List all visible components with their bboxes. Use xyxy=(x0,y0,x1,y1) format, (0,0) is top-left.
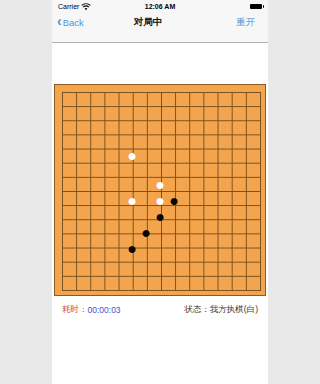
board-cell-k9[interactable] xyxy=(195,164,209,177)
board-cell-c13[interactable] xyxy=(83,110,97,123)
board-cell-h15[interactable] xyxy=(153,85,167,98)
board-cell-a4[interactable] xyxy=(55,241,69,257)
board-cell-m10[interactable] xyxy=(223,148,237,164)
board-cell-i9[interactable] xyxy=(167,164,181,177)
board-cell-a13[interactable] xyxy=(55,110,69,123)
board-cell-a7[interactable] xyxy=(55,193,69,209)
board-cell-d4[interactable] xyxy=(97,241,111,257)
board-cell-n7[interactable] xyxy=(237,193,251,209)
board-cell-h5[interactable] xyxy=(153,225,167,241)
board-cell-g13[interactable] xyxy=(139,110,153,123)
board-cell-g15[interactable] xyxy=(139,85,153,98)
black-stone: ● xyxy=(169,193,179,209)
board-cell-k12[interactable] xyxy=(195,123,209,136)
board-cell-h14[interactable] xyxy=(153,98,167,111)
board-cell-a2[interactable] xyxy=(55,270,69,283)
board-cell-e15[interactable] xyxy=(111,85,125,98)
board-cell-f4[interactable]: ● xyxy=(125,241,139,257)
board-cell-n6[interactable] xyxy=(237,209,251,225)
board-cell-i6[interactable] xyxy=(167,209,181,225)
board-cell-o11[interactable] xyxy=(251,136,265,149)
board-cell-o4[interactable] xyxy=(251,241,265,257)
board-cell-j6[interactable] xyxy=(181,209,195,225)
board-cell-o8[interactable] xyxy=(251,177,265,193)
board-cell-o6[interactable] xyxy=(251,209,265,225)
board-cell-i14[interactable] xyxy=(167,98,181,111)
board-cell-n4[interactable] xyxy=(237,241,251,257)
navigation-bar: ‹ Back 对局中 重开 xyxy=(52,13,268,31)
board-cell-i3[interactable] xyxy=(167,257,181,270)
board-cell-c4[interactable] xyxy=(83,241,97,257)
board-cell-j13[interactable] xyxy=(181,110,195,123)
board-cell-n3[interactable] xyxy=(237,257,251,270)
board-cell-c15[interactable] xyxy=(83,85,97,98)
board-cell-k10[interactable] xyxy=(195,148,209,164)
board-cell-m2[interactable] xyxy=(223,270,237,283)
board-cell-g3[interactable] xyxy=(139,257,153,270)
board-cell-h1[interactable] xyxy=(153,282,167,295)
board-cell-a10[interactable] xyxy=(55,148,69,164)
board-cell-c8[interactable] xyxy=(83,177,97,193)
board-cell-b7[interactable] xyxy=(69,193,83,209)
board-cell-k7[interactable] xyxy=(195,193,209,209)
board-cell-d12[interactable] xyxy=(97,123,111,136)
board-cell-l15[interactable] xyxy=(209,85,223,98)
white-stone: ● xyxy=(127,148,137,164)
board-cell-k11[interactable] xyxy=(195,136,209,149)
board-cell-i4[interactable] xyxy=(167,241,181,257)
board-cell-f9[interactable] xyxy=(125,164,139,177)
board-cell-g6[interactable] xyxy=(139,209,153,225)
board-cell-d2[interactable] xyxy=(97,270,111,283)
board-cell-g2[interactable] xyxy=(139,270,153,283)
board-cell-n11[interactable] xyxy=(237,136,251,149)
board-cell-j11[interactable] xyxy=(181,136,195,149)
board-cell-o14[interactable] xyxy=(251,98,265,111)
board-cell-h11[interactable] xyxy=(153,136,167,149)
board-cell-e3[interactable] xyxy=(111,257,125,270)
board-cell-f10[interactable]: ● xyxy=(125,148,139,164)
board-cell-i15[interactable] xyxy=(167,85,181,98)
board-cell-h9[interactable] xyxy=(153,164,167,177)
board-cell-l14[interactable] xyxy=(209,98,223,111)
board-cell-f7[interactable]: ● xyxy=(125,193,139,209)
board-cell-e9[interactable] xyxy=(111,164,125,177)
board-cell-b10[interactable] xyxy=(69,148,83,164)
board-cell-f13[interactable] xyxy=(125,110,139,123)
board-cell-g4[interactable] xyxy=(139,241,153,257)
elapsed-value: 00:00:03 xyxy=(88,305,121,315)
board-cell-f3[interactable] xyxy=(125,257,139,270)
board-cell-j12[interactable] xyxy=(181,123,195,136)
black-stone: ● xyxy=(155,209,165,225)
board-cell-b6[interactable] xyxy=(69,209,83,225)
board-cell-a6[interactable] xyxy=(55,209,69,225)
board-cell-j1[interactable] xyxy=(181,282,195,295)
board-cell-e11[interactable] xyxy=(111,136,125,149)
board-cell-o2[interactable] xyxy=(251,270,265,283)
board-cell-o15[interactable] xyxy=(251,85,265,98)
board-cell-i13[interactable] xyxy=(167,110,181,123)
black-stone: ● xyxy=(127,241,137,257)
board-cell-h6[interactable]: ● xyxy=(153,209,167,225)
white-stone: ● xyxy=(155,193,165,209)
back-button-label: Back xyxy=(63,17,84,28)
board-cell-i10[interactable] xyxy=(167,148,181,164)
board-cell-e2[interactable] xyxy=(111,270,125,283)
board-cell-a3[interactable] xyxy=(55,257,69,270)
board-cell-d7[interactable] xyxy=(97,193,111,209)
board-cell-m5[interactable] xyxy=(223,225,237,241)
board-cell-h4[interactable] xyxy=(153,241,167,257)
board-cell-j5[interactable] xyxy=(181,225,195,241)
board-cell-l7[interactable] xyxy=(209,193,223,209)
board-cell-d15[interactable] xyxy=(97,85,111,98)
board-cell-j14[interactable] xyxy=(181,98,195,111)
board-cell-f8[interactable] xyxy=(125,177,139,193)
board-cell-e4[interactable] xyxy=(111,241,125,257)
board-cell-c9[interactable] xyxy=(83,164,97,177)
board-cell-g7[interactable] xyxy=(139,193,153,209)
board-cell-e8[interactable] xyxy=(111,177,125,193)
board-cell-n14[interactable] xyxy=(237,98,251,111)
board-cell-l9[interactable] xyxy=(209,164,223,177)
board-cell-h8[interactable]: ● xyxy=(153,177,167,193)
board-cell-j3[interactable] xyxy=(181,257,195,270)
board-cell-m1[interactable] xyxy=(223,282,237,295)
board-cell-c7[interactable] xyxy=(83,193,97,209)
board-cell-a1[interactable] xyxy=(55,282,69,295)
board-cell-g5[interactable]: ● xyxy=(139,225,153,241)
board-cell-d10[interactable] xyxy=(97,148,111,164)
board-cell-m13[interactable] xyxy=(223,110,237,123)
board-cell-l1[interactable] xyxy=(209,282,223,295)
restart-button[interactable]: 重开 xyxy=(236,13,255,31)
board-cell-o13[interactable] xyxy=(251,110,265,123)
board-cell-n15[interactable] xyxy=(237,85,251,98)
elapsed-label: 耗时： xyxy=(62,304,88,316)
board-cell-j10[interactable] xyxy=(181,148,195,164)
board-cell-f1[interactable] xyxy=(125,282,139,295)
board-cell-b9[interactable] xyxy=(69,164,83,177)
board-cell-a9[interactable] xyxy=(55,164,69,177)
board-cell-j9[interactable] xyxy=(181,164,195,177)
board-cell-h2[interactable] xyxy=(153,270,167,283)
board-cell-d8[interactable] xyxy=(97,177,111,193)
board-cell-k1[interactable] xyxy=(195,282,209,295)
back-chevron-icon: ‹ xyxy=(57,17,62,26)
board-cell-c11[interactable] xyxy=(83,136,97,149)
wifi-icon xyxy=(81,3,91,11)
white-stone: ● xyxy=(155,177,165,193)
board-cell-b13[interactable] xyxy=(69,110,83,123)
app-screen: Carrier 12:06 AM ‹ Back 对局中 重开 xyxy=(52,0,268,384)
board-cell-f11[interactable] xyxy=(125,136,139,149)
carrier-label: Carrier xyxy=(58,3,79,10)
board-cell-o7[interactable] xyxy=(251,193,265,209)
board-cell-a14[interactable] xyxy=(55,98,69,111)
board-cell-o5[interactable] xyxy=(251,225,265,241)
top-chrome: Carrier 12:06 AM ‹ Back 对局中 重开 xyxy=(52,0,268,43)
board-cell-j15[interactable] xyxy=(181,85,195,98)
board-cell-l4[interactable] xyxy=(209,241,223,257)
board-cell-g11[interactable] xyxy=(139,136,153,149)
white-stone: ● xyxy=(127,193,137,209)
board-cell-d6[interactable] xyxy=(97,209,111,225)
board-cell-c3[interactable] xyxy=(83,257,97,270)
board-cell-i7[interactable]: ● xyxy=(167,193,181,209)
board-cell-l10[interactable] xyxy=(209,148,223,164)
board-cell-c5[interactable] xyxy=(83,225,97,241)
board-cell-f15[interactable] xyxy=(125,85,139,98)
board-cell-a12[interactable] xyxy=(55,123,69,136)
board-cell-k4[interactable] xyxy=(195,241,209,257)
board-cell-k14[interactable] xyxy=(195,98,209,111)
board-cell-h12[interactable] xyxy=(153,123,167,136)
status-bar: Carrier 12:06 AM xyxy=(52,0,268,13)
board-cell-e14[interactable] xyxy=(111,98,125,111)
board-cell-m4[interactable] xyxy=(223,241,237,257)
board-cell-j2[interactable] xyxy=(181,270,195,283)
board-cell-b1[interactable] xyxy=(69,282,83,295)
board-cell-j7[interactable] xyxy=(181,193,195,209)
board-cell-b8[interactable] xyxy=(69,177,83,193)
board-cell-d9[interactable] xyxy=(97,164,111,177)
board-cell-m11[interactable] xyxy=(223,136,237,149)
board-cell-l2[interactable] xyxy=(209,270,223,283)
battery-icon xyxy=(250,4,262,9)
board-cell-m3[interactable] xyxy=(223,257,237,270)
board-cell-l8[interactable] xyxy=(209,177,223,193)
board-cell-k5[interactable] xyxy=(195,225,209,241)
board-cell-e12[interactable] xyxy=(111,123,125,136)
board-cell-f12[interactable] xyxy=(125,123,139,136)
board-cell-b2[interactable] xyxy=(69,270,83,283)
board-cell-i8[interactable] xyxy=(167,177,181,193)
board-cell-c14[interactable] xyxy=(83,98,97,111)
board-cell-k8[interactable] xyxy=(195,177,209,193)
board-cell-i1[interactable] xyxy=(167,282,181,295)
info-bar: 耗时： 00:00:03 状态： 我方执棋(白) xyxy=(52,302,268,318)
board-cell-g8[interactable] xyxy=(139,177,153,193)
board-cell-d5[interactable] xyxy=(97,225,111,241)
board-cell-o3[interactable] xyxy=(251,257,265,270)
board-cell-n10[interactable] xyxy=(237,148,251,164)
board-cell-e1[interactable] xyxy=(111,282,125,295)
board-cell-g10[interactable] xyxy=(139,148,153,164)
board-cell-b4[interactable] xyxy=(69,241,83,257)
board-cell-b11[interactable] xyxy=(69,136,83,149)
board-cell-k6[interactable] xyxy=(195,209,209,225)
gomoku-board[interactable]: ●●●●●●●● xyxy=(54,84,266,296)
board-cell-e6[interactable] xyxy=(111,209,125,225)
board-cell-h10[interactable] xyxy=(153,148,167,164)
board-cell-b5[interactable] xyxy=(69,225,83,241)
board-cell-j4[interactable] xyxy=(181,241,195,257)
board-cell-h3[interactable] xyxy=(153,257,167,270)
board-cell-m9[interactable] xyxy=(223,164,237,177)
board-cell-i11[interactable] xyxy=(167,136,181,149)
board-cell-e7[interactable] xyxy=(111,193,125,209)
board-cell-a5[interactable] xyxy=(55,225,69,241)
board-cell-o9[interactable] xyxy=(251,164,265,177)
board-cell-d14[interactable] xyxy=(97,98,111,111)
board-cell-m12[interactable] xyxy=(223,123,237,136)
board-cell-f6[interactable] xyxy=(125,209,139,225)
board-cell-c10[interactable] xyxy=(83,148,97,164)
board-cell-n5[interactable] xyxy=(237,225,251,241)
board-cell-o12[interactable] xyxy=(251,123,265,136)
board-cell-m15[interactable] xyxy=(223,85,237,98)
board-cell-l12[interactable] xyxy=(209,123,223,136)
board-cell-b3[interactable] xyxy=(69,257,83,270)
board-cell-g12[interactable] xyxy=(139,123,153,136)
board-cell-l11[interactable] xyxy=(209,136,223,149)
board-cell-l5[interactable] xyxy=(209,225,223,241)
board-cell-n1[interactable] xyxy=(237,282,251,295)
board-cell-l13[interactable] xyxy=(209,110,223,123)
board-cell-b14[interactable] xyxy=(69,98,83,111)
board-cell-e5[interactable] xyxy=(111,225,125,241)
board-cell-d3[interactable] xyxy=(97,257,111,270)
board-cell-d13[interactable] xyxy=(97,110,111,123)
status-label: 状态： xyxy=(184,304,210,316)
board-cell-n12[interactable] xyxy=(237,123,251,136)
board-cell-g1[interactable] xyxy=(139,282,153,295)
board-cell-i2[interactable] xyxy=(167,270,181,283)
board-cell-k13[interactable] xyxy=(195,110,209,123)
board-cell-o10[interactable] xyxy=(251,148,265,164)
board-cell-g9[interactable] xyxy=(139,164,153,177)
back-button[interactable]: ‹ Back xyxy=(57,13,84,31)
board-cell-k15[interactable] xyxy=(195,85,209,98)
board-cell-l3[interactable] xyxy=(209,257,223,270)
status-value: 我方执棋(白) xyxy=(210,304,258,316)
board-cell-k3[interactable] xyxy=(195,257,209,270)
board-cell-j8[interactable] xyxy=(181,177,195,193)
board-cell-n13[interactable] xyxy=(237,110,251,123)
board-cell-i12[interactable] xyxy=(167,123,181,136)
board-cell-e10[interactable] xyxy=(111,148,125,164)
board-cell-k2[interactable] xyxy=(195,270,209,283)
board-cell-h7[interactable]: ● xyxy=(153,193,167,209)
board-cell-o1[interactable] xyxy=(251,282,265,295)
board-cell-f2[interactable] xyxy=(125,270,139,283)
board-cell-c2[interactable] xyxy=(83,270,97,283)
board-cell-n2[interactable] xyxy=(237,270,251,283)
board-cell-m8[interactable] xyxy=(223,177,237,193)
board-cell-m6[interactable] xyxy=(223,209,237,225)
board-cell-c12[interactable] xyxy=(83,123,97,136)
board-cell-d1[interactable] xyxy=(97,282,111,295)
board-cell-a15[interactable] xyxy=(55,85,69,98)
board-cell-a8[interactable] xyxy=(55,177,69,193)
board-cell-b15[interactable] xyxy=(69,85,83,98)
board-cell-b12[interactable] xyxy=(69,123,83,136)
board-cell-h13[interactable] xyxy=(153,110,167,123)
board-cell-i5[interactable] xyxy=(167,225,181,241)
board-cell-f5[interactable] xyxy=(125,225,139,241)
board-cell-g14[interactable] xyxy=(139,98,153,111)
black-stone: ● xyxy=(141,225,151,241)
board-grid: ●●●●●●●● xyxy=(55,85,265,295)
board-cell-e13[interactable] xyxy=(111,110,125,123)
board-cell-c6[interactable] xyxy=(83,209,97,225)
board-cell-m7[interactable] xyxy=(223,193,237,209)
board-cell-f14[interactable] xyxy=(125,98,139,111)
board-cell-n9[interactable] xyxy=(237,164,251,177)
board-cell-d11[interactable] xyxy=(97,136,111,149)
board-cell-n8[interactable] xyxy=(237,177,251,193)
board-cell-c1[interactable] xyxy=(83,282,97,295)
board-cell-a11[interactable] xyxy=(55,136,69,149)
board-cell-l6[interactable] xyxy=(209,209,223,225)
board-cell-m14[interactable] xyxy=(223,98,237,111)
